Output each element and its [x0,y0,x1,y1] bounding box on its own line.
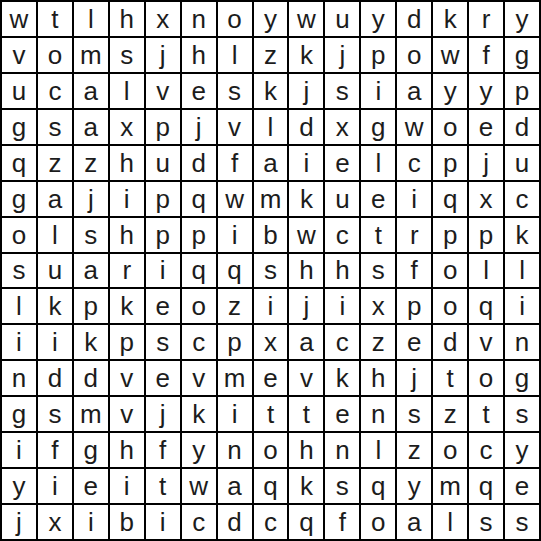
grid-cell[interactable]: m [254,182,288,216]
grid-cell[interactable]: o [469,361,503,395]
grid-cell[interactable]: p [146,182,180,216]
grid-cell[interactable]: n [218,433,252,467]
grid-cell[interactable]: v [218,110,252,144]
grid-cell[interactable]: h [110,218,144,252]
grid-cell[interactable]: e [254,361,288,395]
grid-cell[interactable]: q [469,469,503,503]
grid-cell[interactable]: p [182,218,216,252]
grid-cell[interactable]: w [289,2,323,36]
grid-cell[interactable]: t [361,218,395,252]
grid-cell[interactable]: a [289,325,323,359]
grid-cell[interactable]: y [505,2,539,36]
grid-cell[interactable]: i [289,146,323,180]
grid-cell[interactable]: c [254,505,288,539]
grid-cell[interactable]: f [397,254,431,288]
grid-cell[interactable]: f [38,433,72,467]
grid-cell[interactable]: g [2,182,36,216]
grid-cell[interactable]: k [110,289,144,323]
grid-cell[interactable]: n [325,433,359,467]
grid-cell[interactable]: d [38,361,72,395]
grid-cell[interactable]: q [289,505,323,539]
grid-cell[interactable]: x [361,289,395,323]
grid-cell[interactable]: s [505,505,539,539]
grid-cell[interactable]: k [182,397,216,431]
grid-cell[interactable]: d [433,325,467,359]
grid-cell[interactable]: a [254,146,288,180]
grid-cell[interactable]: o [397,38,431,72]
grid-cell[interactable]: y [397,469,431,503]
grid-cell[interactable]: y [361,2,395,36]
grid-cell[interactable]: v [289,361,323,395]
grid-cell[interactable]: q [182,254,216,288]
grid-cell[interactable]: k [38,289,72,323]
grid-cell[interactable]: g [505,38,539,72]
grid-cell[interactable]: i [397,182,431,216]
grid-cell[interactable]: s [361,254,395,288]
grid-cell[interactable]: l [110,74,144,108]
grid-cell[interactable]: k [74,325,108,359]
grid-cell[interactable]: y [433,74,467,108]
grid-cell[interactable]: i [361,74,395,108]
grid-cell[interactable]: s [325,74,359,108]
grid-cell[interactable]: p [110,325,144,359]
grid-cell[interactable]: e [469,110,503,144]
grid-cell[interactable]: w [397,110,431,144]
grid-cell[interactable]: n [505,325,539,359]
grid-cell[interactable]: l [2,289,36,323]
grid-cell[interactable]: f [325,505,359,539]
grid-cell[interactable]: k [325,361,359,395]
grid-cell[interactable]: h [182,38,216,72]
grid-cell[interactable]: k [505,218,539,252]
grid-cell[interactable]: i [110,469,144,503]
grid-cell[interactable]: l [361,433,395,467]
grid-cell[interactable]: m [74,38,108,72]
grid-cell[interactable]: s [110,38,144,72]
grid-cell[interactable]: e [182,74,216,108]
grid-cell[interactable]: v [2,38,36,72]
grid-cell[interactable]: v [146,74,180,108]
grid-cell[interactable]: m [218,361,252,395]
grid-cell[interactable]: i [38,325,72,359]
grid-cell[interactable]: p [74,289,108,323]
grid-cell[interactable]: h [110,146,144,180]
grid-cell[interactable]: j [182,110,216,144]
grid-cell[interactable]: y [254,2,288,36]
grid-cell[interactable]: u [325,2,359,36]
grid-cell[interactable]: o [433,110,467,144]
grid-cell[interactable]: h [325,254,359,288]
grid-cell[interactable]: r [110,254,144,288]
grid-cell[interactable]: s [38,397,72,431]
grid-cell[interactable]: o [38,38,72,72]
grid-cell[interactable]: y [469,74,503,108]
grid-cell[interactable]: e [505,469,539,503]
grid-cell[interactable]: m [433,469,467,503]
grid-cell[interactable]: a [38,182,72,216]
grid-cell[interactable]: q [433,182,467,216]
grid-cell[interactable]: c [182,505,216,539]
grid-cell[interactable]: f [218,146,252,180]
grid-cell[interactable]: w [218,182,252,216]
grid-cell[interactable]: u [146,146,180,180]
grid-cell[interactable]: l [38,218,72,252]
grid-cell[interactable]: o [218,2,252,36]
grid-cell[interactable]: d [74,361,108,395]
grid-cell[interactable]: c [505,182,539,216]
grid-cell[interactable]: e [361,182,395,216]
grid-cell[interactable]: e [146,361,180,395]
grid-cell[interactable]: x [38,505,72,539]
grid-cell[interactable]: l [254,110,288,144]
grid-cell[interactable]: s [2,254,36,288]
grid-cell[interactable]: h [110,2,144,36]
grid-cell[interactable]: y [2,469,36,503]
grid-cell[interactable]: j [289,74,323,108]
grid-cell[interactable]: h [289,254,323,288]
grid-cell[interactable]: j [325,38,359,72]
grid-cell[interactable]: n [361,397,395,431]
grid-cell[interactable]: w [182,469,216,503]
grid-cell[interactable]: t [254,397,288,431]
grid-cell[interactable]: j [289,289,323,323]
grid-cell[interactable]: i [146,254,180,288]
grid-cell[interactable]: q [361,469,395,503]
grid-cell[interactable]: l [218,38,252,72]
grid-cell[interactable]: y [182,433,216,467]
word-search-board: wtlhxnoywuydkryvomsjhlzkjpowfgucalveskjs… [0,0,541,541]
grid-cell[interactable]: l [361,146,395,180]
grid-cell[interactable]: u [325,182,359,216]
grid-cell[interactable]: u [2,74,36,108]
grid-cell[interactable]: e [397,325,431,359]
grid-cell[interactable]: i [2,325,36,359]
grid-cell[interactable]: u [38,254,72,288]
grid-cell[interactable]: c [182,325,216,359]
grid-cell[interactable]: z [361,325,395,359]
grid-cell[interactable]: y [505,433,539,467]
grid-cell[interactable]: t [433,361,467,395]
grid-cell[interactable]: l [74,2,108,36]
grid-cell[interactable]: x [146,2,180,36]
grid-cell[interactable]: i [110,182,144,216]
grid-cell[interactable]: a [74,74,108,108]
grid-cell[interactable]: o [361,505,395,539]
grid-cell[interactable]: x [469,182,503,216]
grid-cell[interactable]: d [289,110,323,144]
grid-cell[interactable]: p [146,110,180,144]
grid-cell[interactable]: e [325,397,359,431]
grid-cell[interactable]: v [110,397,144,431]
grid-cell[interactable]: e [146,289,180,323]
grid-cell[interactable]: f [146,433,180,467]
grid-cell[interactable]: s [397,397,431,431]
grid-cell[interactable]: c [38,74,72,108]
grid-cell[interactable]: e [74,469,108,503]
grid-cell[interactable]: v [182,361,216,395]
grid-cell[interactable]: s [74,218,108,252]
grid-cell[interactable]: u [505,146,539,180]
grid-cell[interactable]: i [146,505,180,539]
grid-cell[interactable]: k [433,2,467,36]
grid-cell[interactable]: a [74,254,108,288]
grid-cell[interactable]: q [182,182,216,216]
grid-cell[interactable]: a [74,110,108,144]
grid-cell[interactable]: o [433,254,467,288]
grid-cell[interactable]: g [361,110,395,144]
grid-cell[interactable]: q [469,289,503,323]
grid-cell[interactable]: g [2,110,36,144]
grid-cell[interactable]: o [433,433,467,467]
grid-cell[interactable]: t [469,397,503,431]
grid-cell[interactable]: j [146,38,180,72]
grid-cell[interactable]: j [146,397,180,431]
grid-cell[interactable]: s [254,254,288,288]
grid-cell[interactable]: t [289,397,323,431]
grid-cell[interactable]: w [2,2,36,36]
grid-cell[interactable]: c [397,146,431,180]
grid-cell[interactable]: l [505,254,539,288]
grid-cell[interactable]: z [397,433,431,467]
grid-cell[interactable]: n [182,2,216,36]
grid-cell[interactable]: t [146,469,180,503]
grid-cell[interactable]: o [2,218,36,252]
grid-cell[interactable]: d [397,2,431,36]
grid-cell[interactable]: q [218,254,252,288]
grid-cell[interactable]: r [469,2,503,36]
grid-cell[interactable]: a [218,469,252,503]
grid-cell[interactable]: z [38,146,72,180]
grid-cell[interactable]: x [325,110,359,144]
grid-cell[interactable]: p [433,146,467,180]
grid-cell[interactable]: j [2,505,36,539]
grid-cell[interactable]: s [38,110,72,144]
grid-cell[interactable]: p [505,74,539,108]
grid-cell[interactable]: o [433,289,467,323]
grid-cell[interactable]: q [254,469,288,503]
grid-cell[interactable]: l [469,254,503,288]
grid-cell[interactable]: s [218,74,252,108]
grid-cell[interactable]: i [218,218,252,252]
grid-cell[interactable]: x [110,110,144,144]
grid-cell[interactable]: i [38,469,72,503]
grid-cell[interactable]: i [505,289,539,323]
grid-cell[interactable]: o [182,289,216,323]
grid-cell[interactable]: i [325,289,359,323]
grid-cell[interactable]: p [397,289,431,323]
grid-cell[interactable]: d [182,146,216,180]
grid-cell[interactable]: p [469,218,503,252]
grid-cell[interactable]: c [325,325,359,359]
grid-cell[interactable]: p [433,218,467,252]
grid-cell[interactable]: l [433,505,467,539]
grid-cell[interactable]: i [2,433,36,467]
grid-cell[interactable]: h [110,433,144,467]
grid-cell[interactable]: b [254,218,288,252]
grid-cell[interactable]: a [397,74,431,108]
grid-cell[interactable]: c [325,218,359,252]
grid-cell[interactable]: i [254,289,288,323]
grid-cell[interactable]: r [397,218,431,252]
grid-cell[interactable]: k [289,182,323,216]
grid-cell[interactable]: h [289,433,323,467]
grid-cell[interactable]: k [254,74,288,108]
grid-cell[interactable]: o [254,433,288,467]
grid-cell[interactable]: s [325,469,359,503]
grid-cell[interactable]: v [110,361,144,395]
grid-cell[interactable]: g [2,397,36,431]
grid-cell[interactable]: j [469,146,503,180]
grid-cell[interactable]: q [2,146,36,180]
grid-cell[interactable]: a [397,505,431,539]
grid-cell[interactable]: m [74,397,108,431]
grid-cell[interactable]: z [74,146,108,180]
grid-cell[interactable]: z [254,38,288,72]
grid-cell[interactable]: z [218,289,252,323]
grid-cell[interactable]: p [146,218,180,252]
grid-cell[interactable]: b [110,505,144,539]
grid-cell[interactable]: s [146,325,180,359]
grid-cell[interactable]: s [505,397,539,431]
grid-cell[interactable]: t [38,2,72,36]
grid-cell[interactable]: p [218,325,252,359]
grid-cell[interactable]: e [325,146,359,180]
grid-cell[interactable]: s [469,505,503,539]
grid-cell[interactable]: v [469,325,503,359]
grid-cell[interactable]: w [289,218,323,252]
grid-cell[interactable]: c [469,433,503,467]
grid-cell[interactable]: i [218,397,252,431]
grid-cell[interactable]: z [433,397,467,431]
grid-cell[interactable]: p [361,38,395,72]
grid-cell[interactable]: d [218,505,252,539]
grid-cell[interactable]: k [289,469,323,503]
grid-cell[interactable]: d [505,110,539,144]
grid-cell[interactable]: i [74,505,108,539]
grid-cell[interactable]: g [74,433,108,467]
grid-cell[interactable]: f [469,38,503,72]
grid-cell[interactable]: n [2,361,36,395]
grid-cell[interactable]: x [254,325,288,359]
grid-cell[interactable]: h [361,361,395,395]
grid-cell[interactable]: g [505,361,539,395]
grid-cell[interactable]: k [289,38,323,72]
grid-cell[interactable]: j [74,182,108,216]
grid-cell[interactable]: j [397,361,431,395]
grid-cell[interactable]: w [433,38,467,72]
